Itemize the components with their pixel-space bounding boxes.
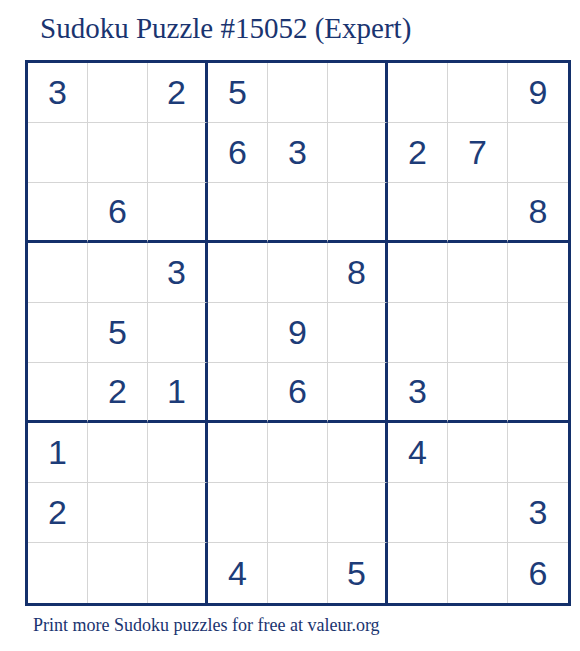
cell-r9c2 (88, 543, 148, 603)
cell-r8c2 (88, 483, 148, 543)
cell-r9c1 (28, 543, 88, 603)
cell-r9c4: 4 (208, 543, 268, 603)
cell-r2c9 (508, 123, 568, 183)
cell-r1c6 (328, 63, 388, 123)
cell-r4c1 (28, 243, 88, 303)
cell-r2c4: 6 (208, 123, 268, 183)
cell-r6c2: 2 (88, 363, 148, 423)
cell-r9c9: 6 (508, 543, 568, 603)
cell-r4c7 (388, 243, 448, 303)
cell-r5c5: 9 (268, 303, 328, 363)
cell-r2c6 (328, 123, 388, 183)
cell-r3c1 (28, 183, 88, 243)
cell-r7c1: 1 (28, 423, 88, 483)
cell-r5c1 (28, 303, 88, 363)
cell-r8c7 (388, 483, 448, 543)
cell-r4c6: 8 (328, 243, 388, 303)
cell-r4c2 (88, 243, 148, 303)
cell-r5c9 (508, 303, 568, 363)
cell-r2c2 (88, 123, 148, 183)
cell-r1c9: 9 (508, 63, 568, 123)
cell-r9c7 (388, 543, 448, 603)
cell-r4c3: 3 (148, 243, 208, 303)
cell-r4c8 (448, 243, 508, 303)
cell-r3c3 (148, 183, 208, 243)
cell-r7c6 (328, 423, 388, 483)
page-title: Sudoku Puzzle #15052 (Expert) (40, 12, 411, 45)
cell-r8c6 (328, 483, 388, 543)
cell-r1c4: 5 (208, 63, 268, 123)
cell-r5c8 (448, 303, 508, 363)
cell-r6c1 (28, 363, 88, 423)
cell-r8c4 (208, 483, 268, 543)
cell-r1c8 (448, 63, 508, 123)
cell-r6c6 (328, 363, 388, 423)
cell-r5c3 (148, 303, 208, 363)
cell-r1c2 (88, 63, 148, 123)
cell-r3c9: 8 (508, 183, 568, 243)
cell-r9c8 (448, 543, 508, 603)
cell-r3c5 (268, 183, 328, 243)
cell-r2c8: 7 (448, 123, 508, 183)
cell-r2c1 (28, 123, 88, 183)
cell-r6c7: 3 (388, 363, 448, 423)
cell-r3c4 (208, 183, 268, 243)
cell-r8c9: 3 (508, 483, 568, 543)
cell-r7c7: 4 (388, 423, 448, 483)
cell-r2c7: 2 (388, 123, 448, 183)
cell-r6c4 (208, 363, 268, 423)
cell-r8c5 (268, 483, 328, 543)
cell-r7c3 (148, 423, 208, 483)
cell-r6c3: 1 (148, 363, 208, 423)
footer-credit: Print more Sudoku puzzles for free at va… (33, 615, 380, 636)
cell-r7c2 (88, 423, 148, 483)
cell-r1c1: 3 (28, 63, 88, 123)
cell-r5c4 (208, 303, 268, 363)
cell-r8c8 (448, 483, 508, 543)
cell-r5c2: 5 (88, 303, 148, 363)
cell-r3c8 (448, 183, 508, 243)
cell-r8c1: 2 (28, 483, 88, 543)
cell-r7c5 (268, 423, 328, 483)
cell-r1c3: 2 (148, 63, 208, 123)
cell-r3c6 (328, 183, 388, 243)
cell-r4c4 (208, 243, 268, 303)
cell-r1c5 (268, 63, 328, 123)
cell-r5c6 (328, 303, 388, 363)
cell-r3c2: 6 (88, 183, 148, 243)
cell-r7c9 (508, 423, 568, 483)
cell-r6c8 (448, 363, 508, 423)
cell-r5c7 (388, 303, 448, 363)
cell-r2c3 (148, 123, 208, 183)
cell-r9c5 (268, 543, 328, 603)
sudoku-board: 3259632768385921631423456 (25, 60, 571, 606)
cell-r2c5: 3 (268, 123, 328, 183)
cell-r9c3 (148, 543, 208, 603)
cell-r6c9 (508, 363, 568, 423)
cell-r1c7 (388, 63, 448, 123)
cell-r4c5 (268, 243, 328, 303)
cell-r4c9 (508, 243, 568, 303)
cell-r9c6: 5 (328, 543, 388, 603)
cell-r8c3 (148, 483, 208, 543)
cell-r3c7 (388, 183, 448, 243)
cell-r6c5: 6 (268, 363, 328, 423)
cell-r7c4 (208, 423, 268, 483)
cell-r7c8 (448, 423, 508, 483)
